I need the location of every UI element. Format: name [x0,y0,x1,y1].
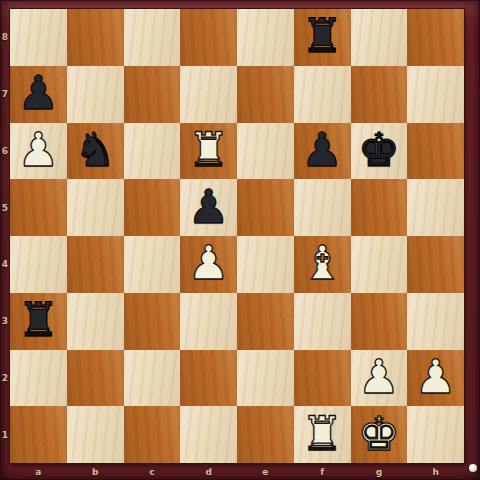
square-h3[interactable] [407,293,464,350]
file-label-b: b [67,463,124,480]
square-d7[interactable] [180,66,237,123]
piece-white-pawn[interactable]: ♟ [358,353,400,403]
square-g8[interactable] [351,9,408,66]
piece-white-king[interactable]: ♚ [358,410,400,460]
square-a1[interactable] [10,406,67,463]
square-h7[interactable] [407,66,464,123]
rank-label-3: 3 [0,293,10,350]
square-b4[interactable] [67,236,124,293]
square-c1[interactable] [124,406,181,463]
square-d3[interactable] [180,293,237,350]
square-c3[interactable] [124,293,181,350]
square-c7[interactable] [124,66,181,123]
piece-white-bishop[interactable]: ♝ [301,239,343,289]
square-c2[interactable] [124,350,181,407]
square-a2[interactable] [10,350,67,407]
square-d2[interactable] [180,350,237,407]
square-a6[interactable]: ♟ [10,123,67,180]
piece-black-pawn[interactable]: ♟ [188,183,230,233]
square-e4[interactable] [237,236,294,293]
square-a4[interactable] [10,236,67,293]
piece-white-pawn[interactable]: ♟ [17,126,59,176]
piece-black-pawn[interactable]: ♟ [17,69,59,119]
corner-dot [469,464,477,472]
square-e1[interactable] [237,406,294,463]
square-e7[interactable] [237,66,294,123]
square-e3[interactable] [237,293,294,350]
square-b3[interactable] [67,293,124,350]
square-g7[interactable] [351,66,408,123]
square-e8[interactable] [237,9,294,66]
square-b8[interactable] [67,9,124,66]
file-label-e: e [237,463,294,480]
square-b5[interactable] [67,179,124,236]
square-h8[interactable] [407,9,464,66]
square-f7[interactable] [294,66,351,123]
rank-label-6: 6 [0,123,10,180]
square-f4[interactable]: ♝ [294,236,351,293]
square-g5[interactable] [351,179,408,236]
square-a8[interactable] [10,9,67,66]
square-e5[interactable] [237,179,294,236]
piece-white-rook[interactable]: ♜ [188,126,230,176]
square-a7[interactable]: ♟ [10,66,67,123]
square-h5[interactable] [407,179,464,236]
square-c4[interactable] [124,236,181,293]
rank-labels: 87654321 [0,9,10,463]
rank-label-8: 8 [0,9,10,66]
file-label-g: g [351,463,408,480]
chess-board-frame: 87654321 ♜♟♟♞♜♟♚♟♟♝♜♟♟♜♚ abcdefgh [0,0,480,480]
file-label-f: f [294,463,351,480]
square-a5[interactable] [10,179,67,236]
piece-black-pawn[interactable]: ♟ [301,126,343,176]
square-f3[interactable] [294,293,351,350]
piece-black-king[interactable]: ♚ [358,126,400,176]
piece-white-rook[interactable]: ♜ [301,410,343,460]
square-g1[interactable]: ♚ [351,406,408,463]
piece-white-pawn[interactable]: ♟ [415,353,457,403]
chess-board[interactable]: ♜♟♟♞♜♟♚♟♟♝♜♟♟♜♚ [10,9,464,463]
piece-black-rook[interactable]: ♜ [17,296,59,346]
square-h6[interactable] [407,123,464,180]
square-d1[interactable] [180,406,237,463]
square-h1[interactable] [407,406,464,463]
rank-label-4: 4 [0,236,10,293]
square-d8[interactable] [180,9,237,66]
square-c8[interactable] [124,9,181,66]
square-f5[interactable] [294,179,351,236]
square-c5[interactable] [124,179,181,236]
square-g3[interactable] [351,293,408,350]
square-g2[interactable]: ♟ [351,350,408,407]
file-label-d: d [180,463,237,480]
file-labels: abcdefgh [10,463,464,480]
square-b2[interactable] [67,350,124,407]
square-d4[interactable]: ♟ [180,236,237,293]
square-c6[interactable] [124,123,181,180]
square-d5[interactable]: ♟ [180,179,237,236]
file-label-h: h [407,463,464,480]
square-f8[interactable]: ♜ [294,9,351,66]
piece-black-knight[interactable]: ♞ [74,126,116,176]
square-f6[interactable]: ♟ [294,123,351,180]
rank-label-2: 2 [0,350,10,407]
square-a3[interactable]: ♜ [10,293,67,350]
square-f1[interactable]: ♜ [294,406,351,463]
square-e6[interactable] [237,123,294,180]
square-g4[interactable] [351,236,408,293]
square-b1[interactable] [67,406,124,463]
square-h4[interactable] [407,236,464,293]
square-f2[interactable] [294,350,351,407]
square-b7[interactable] [67,66,124,123]
square-e2[interactable] [237,350,294,407]
rank-label-7: 7 [0,66,10,123]
square-b6[interactable]: ♞ [67,123,124,180]
square-d6[interactable]: ♜ [180,123,237,180]
piece-white-pawn[interactable]: ♟ [188,239,230,289]
piece-black-rook[interactable]: ♜ [301,12,343,62]
square-h2[interactable]: ♟ [407,350,464,407]
square-g6[interactable]: ♚ [351,123,408,180]
rank-label-1: 1 [0,406,10,463]
rank-label-5: 5 [0,179,10,236]
file-label-a: a [10,463,67,480]
file-label-c: c [124,463,181,480]
